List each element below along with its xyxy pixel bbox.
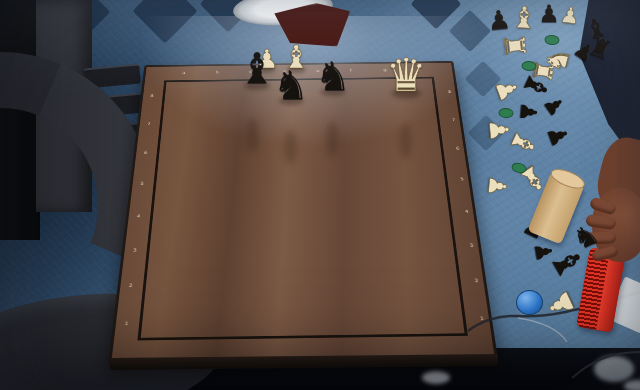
rank-label-left-8: 8 <box>150 94 154 98</box>
felt-base-pad <box>544 34 560 45</box>
rank-label-right-1: 1 <box>480 316 484 321</box>
chess-scene-photo: aabbccddeeffgghh1122334455667788 ♟♝♝♞♞♛♟… <box>0 0 640 390</box>
blue-bottle-cap <box>516 290 543 315</box>
rank-label-right-5: 5 <box>460 177 464 181</box>
rank-label-right-4: 4 <box>465 209 469 213</box>
loose-black-pawn: ♟ <box>516 101 540 123</box>
loose-black-pawn: ♟ <box>538 2 560 26</box>
file-label-top-a: a <box>182 71 185 74</box>
loose-white-pawn: ♟ <box>542 285 581 322</box>
loose-white-bishop: ♝ <box>510 2 538 33</box>
loose-white-bishop: ♝ <box>504 124 543 161</box>
board-grid <box>137 77 467 341</box>
loose-white-pawn: ♟ <box>559 4 582 29</box>
piece-reflection <box>284 130 297 164</box>
rank-label-right-6: 6 <box>456 147 460 151</box>
piece-reflection <box>326 122 339 156</box>
white-queen-on-g7: ♛ <box>385 52 426 98</box>
black-knight-on-e7: ♞ <box>315 56 351 96</box>
light-blob <box>624 380 640 390</box>
rank-label-left-6: 6 <box>144 151 148 155</box>
file-label-top-b: b <box>216 70 219 73</box>
rank-label-left-5: 5 <box>140 182 144 186</box>
rank-label-left-1: 1 <box>124 321 128 326</box>
loose-black-pawn: ♟ <box>543 122 573 150</box>
loose-black-pawn: ♟ <box>486 6 511 34</box>
light-blob <box>594 356 634 382</box>
rank-label-right-7: 7 <box>452 118 456 122</box>
rank-label-left-4: 4 <box>137 214 141 218</box>
loose-white-pawn: ♟ <box>484 174 510 198</box>
rank-label-left-2: 2 <box>129 283 133 288</box>
rank-label-left-7: 7 <box>147 122 151 126</box>
piece-reflection <box>246 118 259 152</box>
black-knight-on-d7: ♞ <box>273 65 309 105</box>
light-blob <box>422 371 450 384</box>
tube-cap <box>548 165 587 192</box>
black-bishop-on-c7: ♝ <box>238 48 276 90</box>
rank-label-right-2: 2 <box>475 278 479 283</box>
piece-reflection <box>399 124 412 158</box>
carpet-diamond <box>132 0 197 44</box>
loose-white-rook: ♜ <box>499 32 529 59</box>
rank-label-left-3: 3 <box>133 248 137 253</box>
rank-label-right-8: 8 <box>448 90 452 94</box>
rank-label-right-3: 3 <box>469 243 473 248</box>
carpet-diamond <box>449 10 491 52</box>
